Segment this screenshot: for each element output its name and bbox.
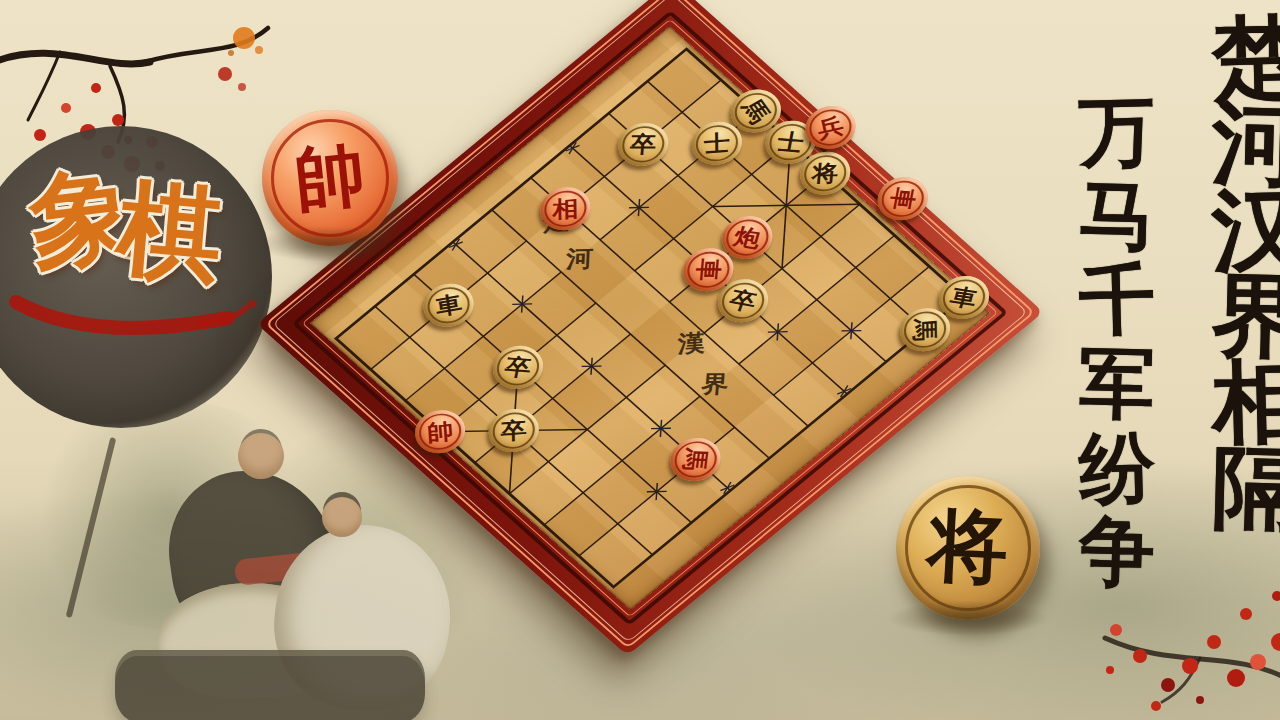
piece-character: 車 <box>888 187 918 211</box>
decorative-piece-shuai[interactable]: 帥 <box>262 110 398 246</box>
piece-red-馬[interactable]: 馬 <box>660 429 731 490</box>
piece-face: 将 <box>905 485 1031 611</box>
piece-character: 帥 <box>426 419 454 444</box>
piece-black-卒[interactable]: 卒 <box>483 337 554 398</box>
piece-black-卒[interactable]: 卒 <box>608 114 679 175</box>
piece-character: 卒 <box>501 418 527 442</box>
piece-face: 車 <box>419 280 478 331</box>
piece-face: 卒 <box>614 119 673 170</box>
piece-face: 卒 <box>488 342 547 393</box>
piece-character: 兵 <box>815 114 845 141</box>
banner-stage: 楚河汉界相隔万马千军纷争 象棋 <box>0 0 1280 720</box>
logo-char: 棋 <box>114 176 227 289</box>
piece-character: 車 <box>694 259 722 281</box>
piece-character: 卒 <box>503 355 533 379</box>
piece-character: 車 <box>434 292 463 319</box>
piece-face: 帥 <box>271 119 389 237</box>
piece-character: 馬 <box>681 448 710 471</box>
piece-character: 卒 <box>629 133 657 155</box>
piece-character: 馬 <box>738 96 774 127</box>
piece-character: 相 <box>552 197 578 221</box>
piece-black-卒[interactable]: 卒 <box>478 400 549 461</box>
piece-red-相[interactable]: 相 <box>530 178 601 239</box>
piece-black-車[interactable]: 車 <box>413 275 484 336</box>
piece-character: 卒 <box>727 288 759 315</box>
piece-face: 卒 <box>484 405 543 456</box>
piece-red-帥[interactable]: 帥 <box>405 401 476 462</box>
piece-face: 相 <box>536 183 595 234</box>
piece-character: 炮 <box>731 225 763 251</box>
piece-character: 士 <box>704 131 730 155</box>
piece-character: 将 <box>811 162 839 184</box>
piece-face: 帥 <box>410 406 469 457</box>
piece-character: 将 <box>925 492 1011 604</box>
piece-character: 帥 <box>290 128 369 229</box>
decorative-piece-jiang[interactable]: 将 <box>896 476 1040 620</box>
piece-character: 馬 <box>912 318 938 342</box>
piece-face: 馬 <box>666 434 725 485</box>
piece-character: 車 <box>948 285 980 311</box>
piece-character: 士 <box>776 130 806 154</box>
